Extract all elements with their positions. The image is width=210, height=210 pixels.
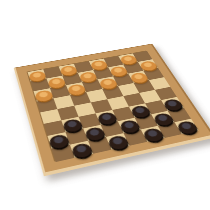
light-man[interactable]: ● <box>27 69 48 82</box>
square-r7c1[interactable]: ● <box>47 132 69 148</box>
checkers-board: ●●●●●●●●●●●●●●●●●●●●●●●● <box>14 44 210 174</box>
light-man[interactable]: ● <box>65 82 87 95</box>
light-man[interactable]: ● <box>33 88 55 102</box>
board-grid: ●●●●●●●●●●●●●●●●●●●●●●●● <box>27 51 198 162</box>
square-r8c2[interactable]: ● <box>70 141 93 158</box>
board-frame: ●●●●●●●●●●●●●●●●●●●●●●●● <box>14 44 210 177</box>
photo-scene: ●●●●●●●●●●●●●●●●●●●●●●●● <box>0 0 210 210</box>
dark-man[interactable]: ● <box>69 141 95 159</box>
square-r3c5[interactable]: ● <box>98 76 118 89</box>
square-r8c4[interactable]: ● <box>106 133 130 150</box>
square-r1c1[interactable]: ● <box>28 69 47 81</box>
square-r3c1[interactable]: ● <box>34 88 54 101</box>
dark-man[interactable]: ● <box>46 132 71 149</box>
square-r3c3[interactable]: ● <box>66 82 86 95</box>
square-r3c7[interactable]: ● <box>128 71 149 83</box>
